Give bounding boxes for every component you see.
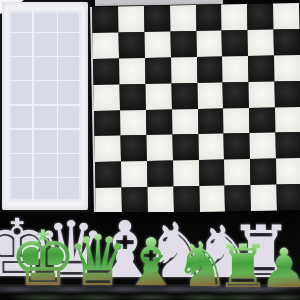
board-square-light	[223, 107, 249, 133]
board-square-light	[196, 30, 222, 56]
board-square-light	[249, 81, 275, 107]
board-square-light	[273, 3, 299, 29]
board-square-dark	[249, 107, 275, 133]
board-square-light	[275, 106, 300, 132]
board-square-dark	[119, 84, 145, 110]
board-square-dark	[224, 133, 250, 159]
board-square-light	[118, 6, 144, 32]
board-square-light	[121, 161, 147, 187]
board-square-light	[94, 84, 120, 110]
board-square-light	[197, 82, 223, 108]
board-square-dark	[145, 57, 171, 83]
board-square-light	[250, 133, 276, 159]
board-square-dark	[120, 135, 146, 161]
mold-grid	[8, 10, 82, 202]
board-square-dark	[144, 5, 170, 31]
board-square-light	[173, 160, 199, 186]
chess-board	[90, 3, 300, 214]
board-square-light	[120, 109, 146, 135]
board-square-dark	[275, 81, 300, 107]
board-square-dark	[276, 132, 300, 158]
board-square-light	[144, 31, 170, 57]
board-square-light	[224, 159, 250, 185]
board-square-dark	[223, 82, 249, 108]
board-square-light	[251, 185, 277, 211]
board-square-dark	[92, 6, 118, 32]
board-square-dark	[93, 58, 119, 84]
board-square-light	[221, 4, 247, 30]
board-square-dark	[277, 184, 300, 210]
board-square-dark	[95, 162, 121, 188]
board-square-light	[146, 135, 172, 161]
board-square-dark	[172, 134, 198, 160]
board-square-light	[248, 29, 274, 55]
board-square-light	[276, 158, 300, 184]
piece-reflection	[257, 293, 300, 300]
board-square-light	[145, 83, 171, 109]
board-square-dark	[222, 30, 248, 56]
green-queen-piece: ♛	[67, 227, 130, 296]
board-square-light	[93, 32, 119, 58]
board-square-light	[119, 58, 145, 84]
bishop-icon: ♝	[121, 231, 180, 296]
board-square-dark	[196, 5, 222, 31]
board-square-dark	[146, 109, 172, 135]
silicone-board-mold	[2, 2, 88, 210]
board-square-dark	[248, 55, 274, 81]
board-square-light	[198, 134, 224, 160]
board-square-dark	[274, 29, 300, 55]
pawn-icon: ♟	[260, 243, 300, 296]
board-square-dark	[250, 159, 276, 185]
board-square-dark	[198, 160, 224, 186]
board-square-dark	[225, 185, 251, 211]
product-photo: ♚♚♛♛♝♝♞♞♞♜♜♟	[0, 0, 300, 300]
board-square-light	[95, 136, 121, 162]
board-square-light	[172, 108, 198, 134]
board-square-dark	[247, 4, 273, 30]
board-square-light	[170, 5, 196, 31]
board-square-dark	[94, 110, 120, 136]
board-square-dark	[197, 56, 223, 82]
queen-icon: ♛	[67, 227, 130, 296]
board-square-dark	[171, 83, 197, 109]
board-square-dark	[147, 161, 173, 187]
board-square-light	[274, 55, 300, 81]
board-square-light	[222, 56, 248, 82]
board-square-dark	[170, 31, 196, 57]
board-square-dark	[118, 32, 144, 58]
green-pawn-piece: ♟	[260, 243, 300, 296]
green-bishop-piece: ♝	[121, 231, 180, 296]
board-square-dark	[197, 108, 223, 134]
board-square-light	[171, 57, 197, 83]
